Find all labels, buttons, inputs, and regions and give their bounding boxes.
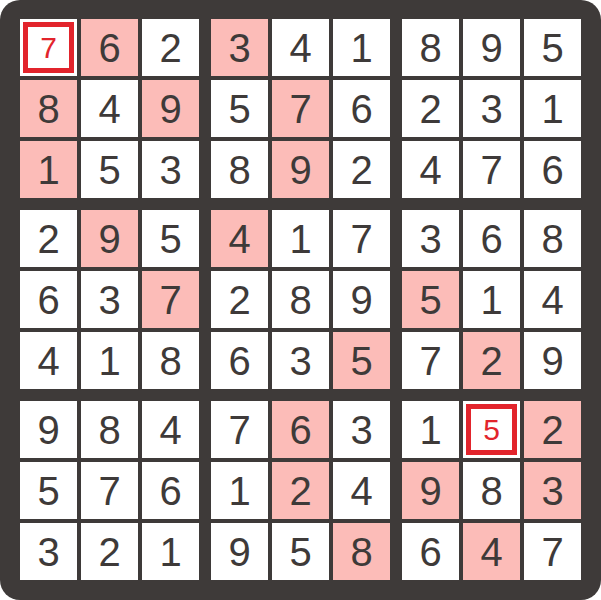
cell-r4c8[interactable]: 6 (463, 210, 520, 267)
cell-r3c7[interactable]: 4 (402, 141, 459, 198)
cell-r9c9[interactable]: 7 (524, 523, 581, 580)
cell-r6c8[interactable]: 2 (463, 332, 520, 389)
cell-digit: 5 (350, 341, 372, 381)
cell-digit: 6 (289, 410, 311, 450)
cell-digit: 8 (159, 341, 181, 381)
sudoku-app: 7628491533415768928952314762956374184172… (0, 0, 601, 600)
cell-digit: 2 (480, 341, 502, 381)
cell-r9c7[interactable]: 6 (402, 523, 459, 580)
cell-r7c7[interactable]: 1 (402, 401, 459, 458)
box-3: 895231476 (402, 19, 581, 198)
cell-digit: 1 (350, 28, 372, 68)
cell-r6c1[interactable]: 4 (20, 332, 77, 389)
cell-digit: 3 (37, 532, 59, 572)
cell-r6c7[interactable]: 7 (402, 332, 459, 389)
cell-digit: 9 (98, 219, 120, 259)
cell-r6c5[interactable]: 3 (272, 332, 329, 389)
cell-digit: 6 (350, 89, 372, 129)
cell-r8c4[interactable]: 1 (211, 462, 268, 519)
cell-r2c3[interactable]: 9 (142, 80, 199, 137)
cell-r7c3[interactable]: 4 (142, 401, 199, 458)
cell-r1c4[interactable]: 3 (211, 19, 268, 76)
cell-r1c9[interactable]: 5 (524, 19, 581, 76)
cell-r3c8[interactable]: 7 (463, 141, 520, 198)
cell-r4c1[interactable]: 2 (20, 210, 77, 267)
box-6: 368514729 (402, 210, 581, 389)
cell-r7c8[interactable]: 5 (463, 401, 520, 458)
cell-digit: 4 (480, 532, 502, 572)
cell-r8c8[interactable]: 8 (463, 462, 520, 519)
cell-digit: 1 (480, 280, 502, 320)
cell-digit: 7 (350, 219, 372, 259)
cell-digit: 8 (541, 219, 563, 259)
cell-digit: 4 (228, 219, 250, 259)
cell-r2c1[interactable]: 8 (20, 80, 77, 137)
cell-digit: 5 (289, 532, 311, 572)
cell-r5c6[interactable]: 9 (333, 271, 390, 328)
cell-digit: 3 (541, 471, 563, 511)
cell-digit: 9 (289, 150, 311, 190)
cell-digit: 1 (98, 341, 120, 381)
cell-digit: 1 (289, 219, 311, 259)
cell-r9c2[interactable]: 2 (81, 523, 138, 580)
box-1: 762849153 (20, 19, 199, 198)
cell-r5c4[interactable]: 2 (211, 271, 268, 328)
cell-r8c9[interactable]: 3 (524, 462, 581, 519)
cell-r2c2[interactable]: 4 (81, 80, 138, 137)
cell-digit: 6 (37, 280, 59, 320)
cell-r1c5[interactable]: 4 (272, 19, 329, 76)
cell-digit: 3 (159, 150, 181, 190)
cell-digit: 6 (98, 28, 120, 68)
cell-digit: 2 (289, 471, 311, 511)
cell-r3c2[interactable]: 5 (81, 141, 138, 198)
cell-r5c2[interactable]: 3 (81, 271, 138, 328)
cell-r5c8[interactable]: 1 (463, 271, 520, 328)
cell-digit: 7 (40, 33, 57, 63)
cell-digit: 3 (228, 28, 250, 68)
cell-r4c7[interactable]: 3 (402, 210, 459, 267)
cell-r2c6[interactable]: 6 (333, 80, 390, 137)
cell-digit: 8 (98, 410, 120, 450)
cell-r6c4[interactable]: 6 (211, 332, 268, 389)
cell-r7c2[interactable]: 8 (81, 401, 138, 458)
cell-r4c3[interactable]: 5 (142, 210, 199, 267)
cell-r5c3[interactable]: 7 (142, 271, 199, 328)
box-9: 152983647 (402, 401, 581, 580)
cell-r1c8[interactable]: 9 (463, 19, 520, 76)
cell-r4c9[interactable]: 8 (524, 210, 581, 267)
cell-digit: 7 (228, 410, 250, 450)
cell-digit: 2 (228, 280, 250, 320)
cell-digit: 1 (419, 410, 441, 450)
cell-digit: 1 (37, 150, 59, 190)
cell-r6c2[interactable]: 1 (81, 332, 138, 389)
cell-r7c5[interactable]: 6 (272, 401, 329, 458)
cell-digit: 1 (541, 89, 563, 129)
cell-digit: 4 (419, 150, 441, 190)
cell-r6c6[interactable]: 5 (333, 332, 390, 389)
cell-digit: 9 (419, 471, 441, 511)
cell-digit: 4 (350, 471, 372, 511)
cell-digit: 4 (289, 28, 311, 68)
cell-r8c1[interactable]: 5 (20, 462, 77, 519)
cell-r5c1[interactable]: 6 (20, 271, 77, 328)
cell-digit: 5 (541, 28, 563, 68)
cell-digit: 7 (289, 89, 311, 129)
selected-cell-frame: 5 (466, 404, 517, 455)
cell-r1c2[interactable]: 6 (81, 19, 138, 76)
cell-digit: 9 (350, 280, 372, 320)
cell-digit: 8 (37, 89, 59, 129)
cell-r9c5[interactable]: 5 (272, 523, 329, 580)
cell-r6c9[interactable]: 9 (524, 332, 581, 389)
cell-digit: 4 (159, 410, 181, 450)
cell-r4c4[interactable]: 4 (211, 210, 268, 267)
cell-digit: 3 (98, 280, 120, 320)
cell-r2c7[interactable]: 2 (402, 80, 459, 137)
cell-r8c3[interactable]: 6 (142, 462, 199, 519)
cell-digit: 5 (98, 150, 120, 190)
cell-r3c3[interactable]: 3 (142, 141, 199, 198)
cell-r2c8[interactable]: 3 (463, 80, 520, 137)
cell-r9c8[interactable]: 4 (463, 523, 520, 580)
cell-r7c9[interactable]: 2 (524, 401, 581, 458)
cell-r2c4[interactable]: 5 (211, 80, 268, 137)
cell-r6c3[interactable]: 8 (142, 332, 199, 389)
box-4: 295637418 (20, 210, 199, 389)
selected-cell-frame: 7 (23, 22, 74, 73)
cell-r8c5[interactable]: 2 (272, 462, 329, 519)
cell-r3c1[interactable]: 1 (20, 141, 77, 198)
box-7: 984576321 (20, 401, 199, 580)
cell-digit: 2 (98, 532, 120, 572)
cell-r7c6[interactable]: 3 (333, 401, 390, 458)
cell-digit: 9 (228, 532, 250, 572)
cell-r7c4[interactable]: 7 (211, 401, 268, 458)
cell-r4c6[interactable]: 7 (333, 210, 390, 267)
cell-digit: 3 (419, 219, 441, 259)
cell-digit: 8 (289, 280, 311, 320)
cell-digit: 5 (483, 415, 500, 445)
sudoku-board: 7628491533415768928952314762956374184172… (0, 0, 601, 600)
cell-digit: 5 (419, 280, 441, 320)
cell-r5c7[interactable]: 5 (402, 271, 459, 328)
cell-digit: 8 (228, 150, 250, 190)
cell-r9c6[interactable]: 8 (333, 523, 390, 580)
cell-digit: 9 (37, 410, 59, 450)
box-5: 417289635 (211, 210, 390, 389)
cell-digit: 9 (541, 341, 563, 381)
cell-r3c9[interactable]: 6 (524, 141, 581, 198)
cell-r3c4[interactable]: 8 (211, 141, 268, 198)
cell-r9c3[interactable]: 1 (142, 523, 199, 580)
cell-digit: 6 (480, 219, 502, 259)
cell-r8c2[interactable]: 7 (81, 462, 138, 519)
cell-digit: 3 (350, 410, 372, 450)
cell-r2c5[interactable]: 7 (272, 80, 329, 137)
cell-r7c1[interactable]: 9 (20, 401, 77, 458)
sudoku-grid: 7628491533415768928952314762956374184172… (20, 19, 581, 580)
cell-digit: 6 (419, 532, 441, 572)
cell-digit: 5 (159, 219, 181, 259)
cell-r5c9[interactable]: 4 (524, 271, 581, 328)
cell-r4c2[interactable]: 9 (81, 210, 138, 267)
cell-r5c5[interactable]: 8 (272, 271, 329, 328)
cell-digit: 7 (419, 341, 441, 381)
cell-digit: 3 (289, 341, 311, 381)
cell-r8c6[interactable]: 4 (333, 462, 390, 519)
cell-digit: 3 (480, 89, 502, 129)
cell-digit: 8 (480, 471, 502, 511)
cell-digit: 5 (228, 89, 250, 129)
cell-r4c5[interactable]: 1 (272, 210, 329, 267)
cell-digit: 7 (541, 532, 563, 572)
cell-r1c7[interactable]: 8 (402, 19, 459, 76)
cell-digit: 6 (541, 150, 563, 190)
cell-r9c1[interactable]: 3 (20, 523, 77, 580)
cell-digit: 4 (37, 341, 59, 381)
cell-digit: 2 (419, 89, 441, 129)
cell-digit: 9 (480, 28, 502, 68)
cell-digit: 1 (228, 471, 250, 511)
cell-digit: 2 (541, 410, 563, 450)
cell-r1c1[interactable]: 7 (20, 19, 77, 76)
cell-digit: 6 (228, 341, 250, 381)
cell-r3c6[interactable]: 2 (333, 141, 390, 198)
cell-r2c9[interactable]: 1 (524, 80, 581, 137)
cell-r9c4[interactable]: 9 (211, 523, 268, 580)
cell-r8c7[interactable]: 9 (402, 462, 459, 519)
cell-digit: 2 (350, 150, 372, 190)
box-8: 763124958 (211, 401, 390, 580)
box-2: 341576892 (211, 19, 390, 198)
cell-digit: 5 (37, 471, 59, 511)
cell-digit: 9 (159, 89, 181, 129)
cell-digit: 2 (37, 219, 59, 259)
cell-digit: 7 (480, 150, 502, 190)
cell-r1c6[interactable]: 1 (333, 19, 390, 76)
cell-digit: 4 (98, 89, 120, 129)
cell-digit: 8 (350, 532, 372, 572)
cell-r3c5[interactable]: 9 (272, 141, 329, 198)
cell-digit: 2 (159, 28, 181, 68)
cell-digit: 6 (159, 471, 181, 511)
cell-digit: 7 (159, 280, 181, 320)
cell-digit: 7 (98, 471, 120, 511)
cell-digit: 8 (419, 28, 441, 68)
cell-r1c3[interactable]: 2 (142, 19, 199, 76)
cell-digit: 4 (541, 280, 563, 320)
cell-digit: 1 (159, 532, 181, 572)
